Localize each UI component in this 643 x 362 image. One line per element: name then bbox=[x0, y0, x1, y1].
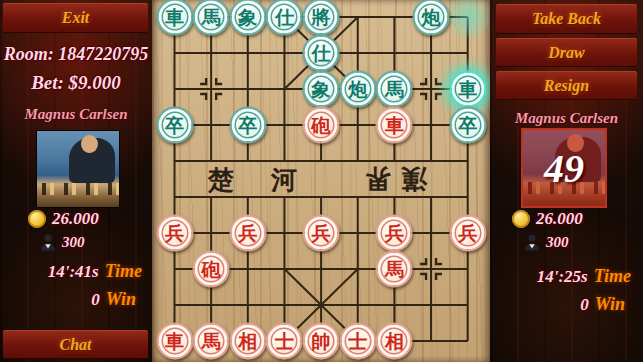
resign-button[interactable]: Resign bbox=[496, 71, 637, 100]
move-timer-value: 49 bbox=[544, 145, 584, 192]
time-value: 14':41s bbox=[48, 262, 99, 282]
piece-red-f1-r7[interactable]: 砲 bbox=[193, 251, 230, 288]
win-label: Win bbox=[106, 289, 136, 310]
piece-black-f0-r0[interactable]: 車 bbox=[156, 0, 193, 36]
piece-black-f7-r0[interactable]: 炮 bbox=[413, 0, 450, 36]
piece-black-f6-r2[interactable]: 馬 bbox=[376, 71, 413, 108]
members-row-right: 300 bbox=[524, 233, 569, 252]
piece-red-f8-r6[interactable]: 兵 bbox=[449, 215, 486, 252]
time-label: Time bbox=[105, 261, 142, 282]
player-name-right: Magnus Carlsen bbox=[490, 110, 643, 127]
piece-black-f4-r1[interactable]: 仕 bbox=[303, 35, 340, 72]
chat-button[interactable]: Chat bbox=[3, 330, 148, 359]
room-label: Room: 1847220795 bbox=[0, 44, 152, 65]
river-text-left: 楚 河 bbox=[208, 163, 311, 198]
piece-red-f6-r3[interactable]: 車 bbox=[376, 107, 413, 144]
avatar-chessboard bbox=[37, 183, 119, 195]
draw-button[interactable]: Draw bbox=[496, 38, 637, 67]
piece-red-f4-r3[interactable]: 砲 bbox=[303, 107, 340, 144]
win-row-left: 0 Win bbox=[91, 289, 136, 310]
exit-button[interactable]: Exit bbox=[3, 3, 148, 33]
coins-value: 26.000 bbox=[52, 209, 99, 229]
members-value: 300 bbox=[546, 234, 569, 251]
win-value: 0 bbox=[91, 290, 100, 310]
piece-black-f8-r2[interactable]: 車 bbox=[449, 71, 486, 108]
piece-red-f2-r6[interactable]: 兵 bbox=[229, 215, 266, 252]
coins-row-left: 26.000 bbox=[28, 209, 99, 229]
river-text-right: 漢界 bbox=[355, 161, 427, 196]
player-name-left: Magnus Carlsen bbox=[0, 106, 152, 123]
piece-black-f0-r3[interactable]: 卒 bbox=[156, 107, 193, 144]
piece-red-f0-r6[interactable]: 兵 bbox=[156, 215, 193, 252]
piece-red-f2-r9[interactable]: 相 bbox=[229, 323, 266, 360]
move-timer-overlay: 49 bbox=[523, 130, 605, 206]
piece-black-f4-r0[interactable]: 將 bbox=[303, 0, 340, 36]
coins-value: 26.000 bbox=[536, 209, 583, 229]
time-label: Time bbox=[594, 266, 631, 287]
time-row-right: 14':25s Time bbox=[537, 266, 631, 287]
piece-black-f2-r3[interactable]: 卒 bbox=[229, 107, 266, 144]
piece-red-f3-r9[interactable]: 士 bbox=[266, 323, 303, 360]
members-row-left: 300 bbox=[40, 233, 85, 252]
avatar-head bbox=[81, 135, 97, 153]
left-panel: Exit Room: 1847220795 Bet: $9.000 Magnus… bbox=[0, 0, 152, 362]
piece-red-f6-r9[interactable]: 相 bbox=[376, 323, 413, 360]
bet-label: Bet: $9.000 bbox=[0, 72, 152, 94]
xiangqi-app: Exit Room: 1847220795 Bet: $9.000 Magnus… bbox=[0, 0, 643, 362]
win-label: Win bbox=[595, 294, 625, 315]
time-value: 14':25s bbox=[537, 267, 588, 287]
members-value: 300 bbox=[62, 234, 85, 251]
coin-icon bbox=[512, 210, 530, 228]
piece-red-f1-r9[interactable]: 馬 bbox=[193, 323, 230, 360]
take-back-button[interactable]: Take Back bbox=[496, 4, 637, 34]
piece-red-f5-r9[interactable]: 士 bbox=[339, 323, 376, 360]
piece-red-f6-r6[interactable]: 兵 bbox=[376, 215, 413, 252]
person-icon bbox=[524, 233, 540, 252]
piece-black-f8-r3[interactable]: 卒 bbox=[449, 107, 486, 144]
right-panel: Take Back Draw Resign Magnus Carlsen 49 … bbox=[490, 0, 643, 362]
win-value: 0 bbox=[580, 295, 589, 315]
piece-black-f2-r0[interactable]: 象 bbox=[229, 0, 266, 36]
piece-red-f4-r9[interactable]: 帥 bbox=[303, 323, 340, 360]
coins-row-right: 26.000 bbox=[512, 209, 583, 229]
player-avatar-right: 49 bbox=[521, 128, 607, 208]
win-row-right: 0 Win bbox=[580, 294, 625, 315]
piece-red-f4-r6[interactable]: 兵 bbox=[303, 215, 340, 252]
piece-black-f1-r0[interactable]: 馬 bbox=[193, 0, 230, 36]
person-icon bbox=[40, 233, 56, 252]
piece-black-f5-r2[interactable]: 炮 bbox=[339, 71, 376, 108]
piece-black-f4-r2[interactable]: 象 bbox=[303, 71, 340, 108]
board[interactable]: 楚 河 漢界 車馬象仕將炮仕象炮馬車卒卒卒砲車兵兵兵兵兵砲馬車馬相士帥士相 bbox=[152, 0, 490, 362]
piece-red-f0-r9[interactable]: 車 bbox=[156, 323, 193, 360]
piece-black-f3-r0[interactable]: 仕 bbox=[266, 0, 303, 36]
time-row-left: 14':41s Time bbox=[48, 261, 142, 282]
player-avatar-left bbox=[36, 130, 120, 208]
coin-icon bbox=[28, 210, 46, 228]
piece-red-f6-r7[interactable]: 馬 bbox=[376, 251, 413, 288]
